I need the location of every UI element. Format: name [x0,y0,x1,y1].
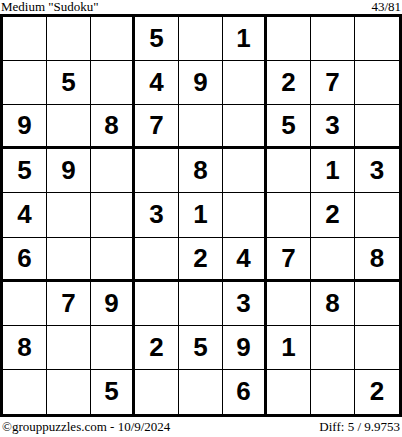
sudoku-cell[interactable] [267,149,311,193]
sudoku-cell: 8 [91,105,135,149]
sudoku-cell: 7 [267,238,311,282]
sudoku-cell: 9 [47,149,91,193]
sudoku-cell: 5 [3,149,47,193]
sudoku-cell[interactable] [223,149,267,193]
sudoku-cell[interactable] [91,61,135,105]
sudoku-cell[interactable] [135,238,179,282]
sudoku-cell: 2 [311,193,355,237]
sudoku-cell[interactable] [179,370,223,414]
sudoku-page: Medium "Sudoku" 43/81 515492798753598134… [0,0,402,437]
sudoku-cell[interactable] [355,282,399,326]
sudoku-cell: 4 [223,238,267,282]
sudoku-cell: 4 [135,61,179,105]
sudoku-cell: 7 [135,105,179,149]
sudoku-cell[interactable] [311,238,355,282]
header: Medium "Sudoku" 43/81 [0,0,402,14]
sudoku-cell: 2 [355,370,399,414]
sudoku-cell[interactable] [179,105,223,149]
sudoku-cell: 8 [311,282,355,326]
sudoku-cell[interactable] [3,282,47,326]
sudoku-cell[interactable] [47,238,91,282]
sudoku-cell[interactable] [355,105,399,149]
sudoku-cell[interactable] [91,17,135,61]
sudoku-cell[interactable] [47,370,91,414]
sudoku-cell[interactable] [223,61,267,105]
sudoku-cell: 3 [311,105,355,149]
sudoku-cell[interactable] [223,193,267,237]
sudoku-cell[interactable] [267,370,311,414]
sudoku-cell[interactable] [3,61,47,105]
sudoku-cell[interactable] [47,193,91,237]
puzzle-title: Medium "Sudoku" [1,0,99,13]
sudoku-cell[interactable] [91,193,135,237]
sudoku-cell: 8 [355,238,399,282]
remaining-counter: 43/81 [371,0,401,13]
sudoku-cell[interactable] [135,282,179,326]
sudoku-cell: 5 [91,370,135,414]
sudoku-cell[interactable] [355,17,399,61]
sudoku-cell: 3 [135,193,179,237]
sudoku-cell: 6 [3,238,47,282]
sudoku-cell[interactable] [179,282,223,326]
sudoku-cell: 9 [223,326,267,370]
sudoku-cell: 7 [47,282,91,326]
footer: ©grouppuzzles.com - 10/9/2024 Diff: 5 / … [0,417,402,437]
sudoku-cell[interactable] [47,105,91,149]
sudoku-board: 51549279875359813431262478793882591562 [0,14,402,417]
sudoku-cell[interactable] [267,193,311,237]
sudoku-cell: 9 [3,105,47,149]
sudoku-cell[interactable] [47,17,91,61]
sudoku-cell: 3 [223,282,267,326]
sudoku-cell: 2 [179,238,223,282]
sudoku-cell: 8 [179,149,223,193]
sudoku-cell: 9 [179,61,223,105]
sudoku-cell[interactable] [91,149,135,193]
sudoku-cell: 2 [135,326,179,370]
sudoku-cell: 5 [47,61,91,105]
sudoku-cell: 3 [355,149,399,193]
sudoku-cell: 5 [267,105,311,149]
sudoku-cell[interactable] [47,326,91,370]
copyright-text: ©grouppuzzles.com - 10/9/2024 [2,419,170,435]
sudoku-cell[interactable] [135,370,179,414]
sudoku-cell: 8 [3,326,47,370]
sudoku-cell[interactable] [311,370,355,414]
sudoku-cell[interactable] [179,17,223,61]
sudoku-cell[interactable] [91,238,135,282]
sudoku-cell[interactable] [355,61,399,105]
sudoku-cell: 5 [135,17,179,61]
sudoku-cell: 9 [91,282,135,326]
sudoku-cell: 2 [267,61,311,105]
sudoku-cell: 6 [223,370,267,414]
sudoku-cell[interactable] [267,17,311,61]
sudoku-cell: 4 [3,193,47,237]
sudoku-cell: 7 [311,61,355,105]
difficulty-text: Diff: 5 / 9.9753 [319,419,400,435]
sudoku-cell: 1 [179,193,223,237]
sudoku-cell: 1 [311,149,355,193]
sudoku-cell[interactable] [3,370,47,414]
sudoku-cell[interactable] [355,193,399,237]
sudoku-cell[interactable] [355,326,399,370]
sudoku-cell[interactable] [311,326,355,370]
sudoku-cell[interactable] [3,17,47,61]
sudoku-cell[interactable] [311,17,355,61]
sudoku-cell[interactable] [135,149,179,193]
sudoku-cell: 5 [179,326,223,370]
sudoku-cell: 1 [223,17,267,61]
sudoku-cell[interactable] [223,105,267,149]
sudoku-cell[interactable] [267,282,311,326]
sudoku-cell[interactable] [91,326,135,370]
sudoku-cell: 1 [267,326,311,370]
